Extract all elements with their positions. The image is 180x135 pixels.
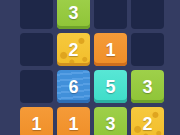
number-tile-6[interactable]: 6 (57, 70, 90, 103)
number-tile-1[interactable]: 1 (57, 107, 90, 135)
number-tile-1[interactable]: 1 (94, 33, 127, 66)
number-tile-3[interactable]: 3 (57, 0, 90, 29)
board-cell-r3c0: 1 (20, 107, 53, 135)
board-cell-r1c0 (20, 33, 53, 66)
board-cell-r2c0 (20, 70, 53, 103)
board-cell-r2c3: 3 (131, 70, 164, 103)
number-tile-2[interactable]: 2 (57, 33, 90, 66)
board-cell-r2c2: 5 (94, 70, 127, 103)
board-cell-r0c1: 3 (57, 0, 90, 29)
number-tile-3[interactable]: 3 (131, 70, 164, 103)
board-cell-r1c3 (131, 33, 164, 66)
board-cell-r2c1: 6 (57, 70, 90, 103)
board-cell-r0c2 (94, 0, 127, 29)
board-cell-r3c1: 1 (57, 107, 90, 135)
number-tile-5[interactable]: 5 (94, 70, 127, 103)
number-tile-2[interactable]: 2 (131, 107, 164, 135)
puzzle-board: 3216531132 (20, 0, 164, 135)
board-cell-r3c2: 3 (94, 107, 127, 135)
board-cell-r0c0 (20, 0, 53, 29)
board-cell-r3c3: 2 (131, 107, 164, 135)
number-tile-3[interactable]: 3 (94, 107, 127, 135)
board-cell-r0c3 (131, 0, 164, 29)
number-tile-1[interactable]: 1 (20, 107, 53, 135)
board-cell-r1c2: 1 (94, 33, 127, 66)
game-screen: 3216531132 (0, 0, 180, 135)
board-cell-r1c1: 2 (57, 33, 90, 66)
